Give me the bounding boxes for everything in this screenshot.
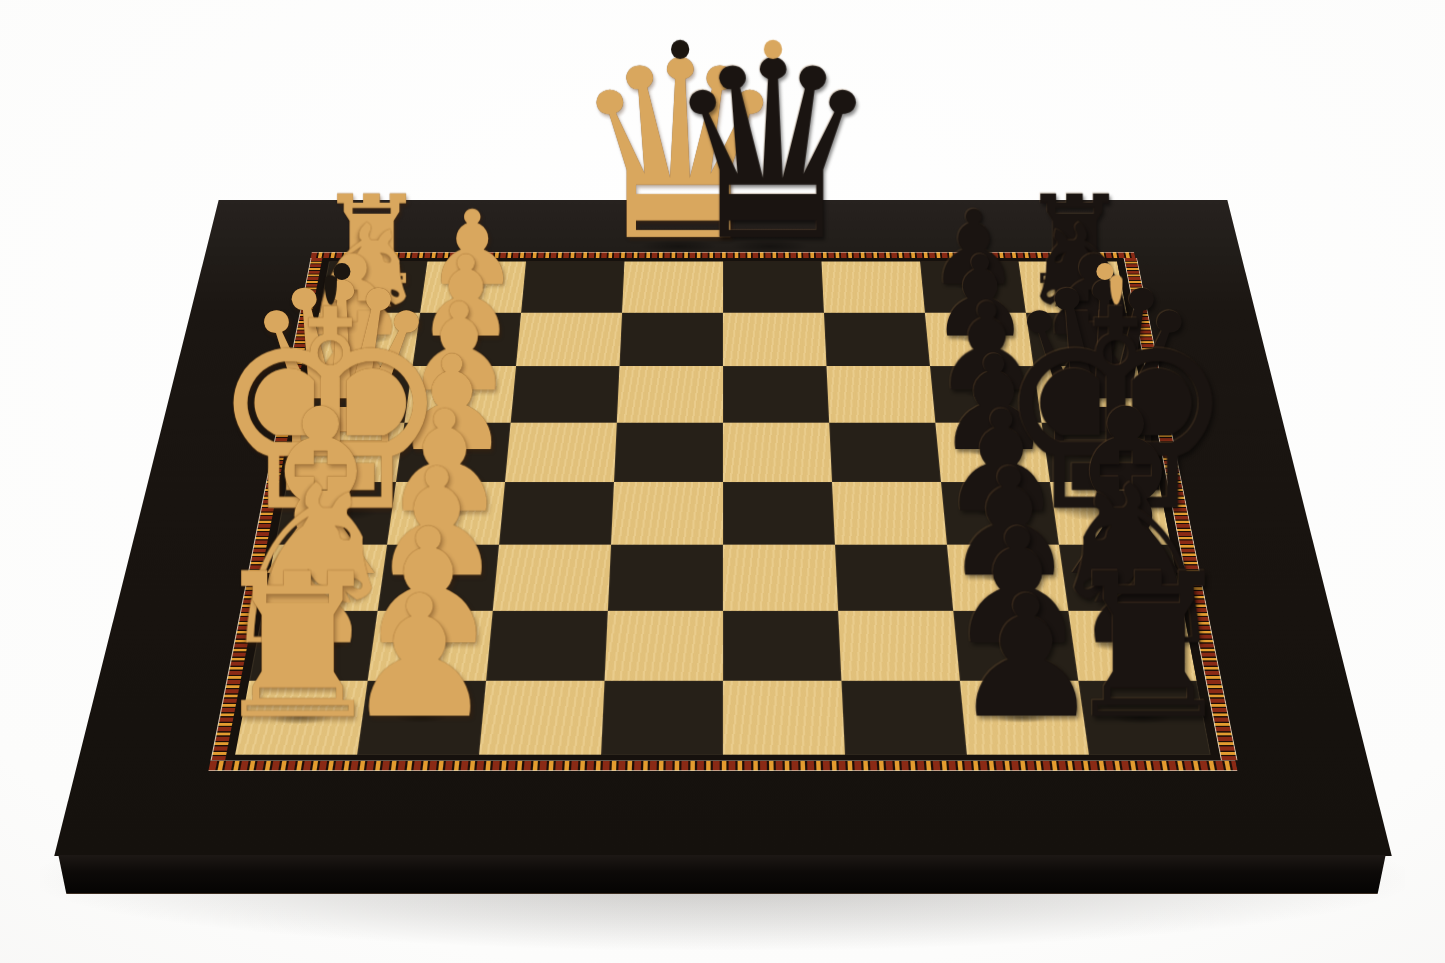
square-a5[interactable] bbox=[723, 262, 824, 313]
black-rook-glyph: ♜ bbox=[1004, 547, 1293, 747]
mosaic-inlay-border-bottom bbox=[208, 760, 1237, 771]
square-d5[interactable] bbox=[723, 423, 832, 482]
square-a4[interactable] bbox=[622, 262, 723, 313]
square-c4[interactable] bbox=[617, 366, 723, 422]
white-rook-h1[interactable]: ♜ bbox=[235, 681, 368, 755]
square-d4[interactable] bbox=[614, 423, 723, 482]
square-b4[interactable] bbox=[620, 313, 723, 367]
board-front-edge bbox=[53, 855, 1391, 894]
black-rook-h8[interactable]: ♜ bbox=[1078, 681, 1211, 755]
chess-board: ♜♞♝♛♚♝♞♜♟♟♟♟♟♟♟♟♟♟♟♟♟♟♟♟♜♞♝♛♚♝♞♜♛♛ bbox=[54, 200, 1392, 856]
square-b6[interactable] bbox=[824, 313, 930, 367]
square-b5[interactable] bbox=[723, 313, 826, 367]
square-a6[interactable] bbox=[822, 262, 925, 313]
chess-set-photo-scene: ♜♞♝♛♚♝♞♜♟♟♟♟♟♟♟♟♟♟♟♟♟♟♟♟♜♞♝♛♚♝♞♜♛♛ bbox=[0, 0, 1445, 963]
white-rook-glyph: ♜ bbox=[153, 547, 442, 747]
square-c5[interactable] bbox=[723, 366, 829, 422]
square-a3[interactable] bbox=[521, 262, 624, 313]
square-b3[interactable] bbox=[516, 313, 622, 367]
